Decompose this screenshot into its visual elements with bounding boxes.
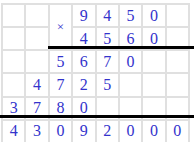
- empty-cell: [120, 74, 141, 95]
- digit-cell: 9: [73, 5, 94, 26]
- digit-cell: 4: [97, 5, 118, 26]
- empty-cell: [26, 51, 47, 72]
- digit-cell: 7: [50, 74, 71, 95]
- digit-cell: 0: [143, 121, 164, 142]
- answer-rule-line: [0, 115, 194, 118]
- empty-cell: [167, 74, 188, 95]
- empty-cell: [3, 51, 24, 72]
- digit-cell: 0: [120, 51, 141, 72]
- empty-cell: [3, 74, 24, 95]
- digit-cell: 7: [97, 51, 118, 72]
- empty-cell: [143, 51, 164, 72]
- digit-cell: 4: [3, 121, 24, 142]
- times-sign-cell: ×: [50, 5, 71, 49]
- empty-cell: [3, 28, 24, 49]
- digit-cell: 0: [50, 121, 71, 142]
- digit-cell: 3: [26, 121, 47, 142]
- digit-cell: 0: [120, 121, 141, 142]
- digit-cell: 5: [97, 74, 118, 95]
- empty-cell: [26, 28, 47, 49]
- digit-cell: 5: [120, 5, 141, 26]
- empty-cell: [26, 5, 47, 26]
- digit-cell: 4: [26, 74, 47, 95]
- digit-cell: 9: [73, 121, 94, 142]
- digit-cell: 5: [50, 51, 71, 72]
- empty-cell: [167, 51, 188, 72]
- empty-cell: [3, 5, 24, 26]
- multiplication-grid: ×9450456056704725378043092000: [1, 3, 190, 142]
- digit-cell: 2: [97, 121, 118, 142]
- digit-cell: 6: [73, 51, 94, 72]
- partial-products-rule-line: [48, 46, 194, 49]
- digit-cell: 0: [143, 5, 164, 26]
- empty-cell: [143, 74, 164, 95]
- empty-cell: [167, 5, 188, 26]
- digit-cell: 0: [167, 121, 188, 142]
- multiplication-worksheet: ×9450456056704725378043092000: [0, 0, 194, 142]
- digit-cell: 2: [73, 74, 94, 95]
